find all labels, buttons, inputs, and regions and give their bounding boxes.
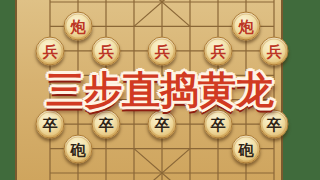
piece-black-soldier[interactable]: 卒 bbox=[204, 110, 233, 139]
piece-black-cannon[interactable]: 砲 bbox=[232, 134, 261, 163]
piece-red-soldier[interactable]: 兵 bbox=[260, 36, 289, 65]
piece-black-soldier[interactable]: 卒 bbox=[148, 110, 177, 139]
piece-black-cannon[interactable]: 砲 bbox=[64, 134, 93, 163]
piece-red-soldier[interactable]: 兵 bbox=[148, 36, 177, 65]
piece-black-soldier[interactable]: 卒 bbox=[260, 110, 289, 139]
puzzle-title-banner: 三步直捣黄龙 bbox=[46, 71, 274, 109]
piece-red-soldier[interactable]: 兵 bbox=[92, 36, 121, 65]
piece-black-soldier[interactable]: 卒 bbox=[36, 110, 65, 139]
piece-red-cannon[interactable]: 炮 bbox=[232, 12, 261, 41]
video-frame: 炮炮兵兵兵兵兵卒卒卒卒砲卒砲 三步直捣黄龙 bbox=[0, 0, 320, 180]
piece-red-soldier[interactable]: 兵 bbox=[36, 36, 65, 65]
piece-red-soldier[interactable]: 兵 bbox=[204, 36, 233, 65]
piece-red-cannon[interactable]: 炮 bbox=[64, 12, 93, 41]
piece-black-soldier[interactable]: 卒 bbox=[92, 110, 121, 139]
